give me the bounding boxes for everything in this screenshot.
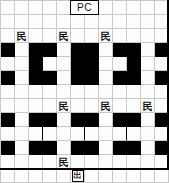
cell-r3c1[interactable] [15,43,29,57]
cell-r0c0[interactable] [1,1,15,15]
cell-r5c9[interactable] [127,71,141,85]
cell-r12c4[interactable] [57,169,71,183]
cell-r8c7[interactable] [99,113,113,127]
cell-r0c1[interactable] [15,1,29,15]
cell-r0c4[interactable] [57,1,71,15]
cell-r8c4[interactable] [57,113,71,127]
cell-r3c7[interactable] [99,43,113,57]
board-grid: 民民民民民民民出 [0,0,169,183]
cell-r10c10[interactable] [141,141,155,155]
cell-r8c9[interactable] [127,113,141,127]
cell-r6c10[interactable] [141,85,155,99]
cell-r3c0[interactable] [1,43,15,57]
cell-r0c10[interactable] [141,1,155,15]
cell-r10c9[interactable] [127,141,141,155]
cell-r10c5[interactable] [71,141,85,155]
cell-r4c1[interactable] [15,57,29,71]
cell-r1c2[interactable] [29,15,43,29]
cell-r10c8[interactable] [113,141,127,155]
cell-r1c6[interactable] [85,15,99,29]
cell-r10c2[interactable] [29,141,43,155]
cell-r1c1[interactable] [15,15,29,29]
citizen-glyph: 民 [143,101,153,111]
cell-r1c10[interactable] [141,15,155,29]
cell-r8c8[interactable] [113,113,127,127]
cell-r11c6[interactable] [85,155,99,169]
cell-r5c5[interactable] [71,71,85,85]
cell-r7c0[interactable] [1,99,15,113]
cell-r6c7[interactable] [99,85,113,99]
cell-r9c4[interactable] [57,127,71,141]
citizen-glyph: 民 [59,31,69,41]
cell-r9c6[interactable] [85,127,99,141]
game-board: 民民民民民民民出 PC [0,0,169,183]
cell-r6c1[interactable] [15,85,29,99]
cell-r1c0[interactable] [1,15,15,29]
cell-r11c5[interactable] [71,155,85,169]
cell-r11c1[interactable] [15,155,29,169]
cell-r5c7[interactable] [99,71,113,85]
cell-r0c2[interactable] [29,1,43,15]
cell-r6c3[interactable] [43,85,57,99]
cell-r1c8[interactable] [113,15,127,29]
cell-r2c1[interactable]: 民 [15,29,29,43]
cell-r7c9[interactable] [127,99,141,113]
cell-r11c9[interactable] [127,155,141,169]
cell-r3c3[interactable] [43,43,57,57]
cell-r3c4[interactable] [57,43,71,57]
cell-r10c1[interactable] [15,141,29,155]
cell-r3c5[interactable] [71,43,85,57]
cell-r4c6[interactable] [85,57,99,71]
cell-r8c5[interactable] [71,113,85,127]
cell-r4c7[interactable] [99,57,113,71]
cell-r10c0[interactable] [1,141,15,155]
cell-r4c10[interactable] [141,57,155,71]
cell-r12c5[interactable]: 出 [71,169,85,183]
cell-r11c8[interactable] [113,155,127,169]
cell-r3c8[interactable] [113,43,127,57]
cell-r4c2[interactable] [29,57,43,71]
cell-r12c11[interactable] [155,169,169,183]
citizen-glyph: 民 [59,157,69,167]
bottom-separator-line [0,168,169,170]
cell-r2c5[interactable] [71,29,85,43]
cell-r4c5[interactable] [71,57,85,71]
cell-r5c4[interactable] [57,71,71,85]
pc-label: PC [77,3,92,13]
cell-r12c6[interactable] [85,169,99,183]
cell-r11c10[interactable] [141,155,155,169]
citizen-glyph: 民 [17,31,27,41]
cell-r0c3[interactable] [43,1,57,15]
cell-r4c9[interactable] [127,57,141,71]
cell-r8c0[interactable] [1,113,15,127]
cell-r2c6[interactable] [85,29,99,43]
cell-r2c7[interactable]: 民 [99,29,113,43]
cell-r9c5[interactable] [71,127,85,141]
cell-r1c7[interactable] [99,15,113,29]
cell-r8c10[interactable] [141,113,155,127]
cell-r1c9[interactable] [127,15,141,29]
cell-r9c8[interactable] [113,127,127,141]
cell-r12c10[interactable] [141,169,155,183]
cell-r2c9[interactable] [127,29,141,43]
cell-r0c7[interactable] [99,1,113,15]
cell-r7c7[interactable]: 民 [99,99,113,113]
cell-r9c2[interactable] [29,127,43,141]
cell-r4c3[interactable] [43,57,57,71]
cell-r4c0[interactable] [1,57,15,71]
cell-r12c9[interactable] [127,169,141,183]
pc-box[interactable]: PC [70,0,99,15]
cell-r6c0[interactable] [1,85,15,99]
cell-r12c7[interactable] [99,169,113,183]
citizen-glyph: 民 [101,101,111,111]
cell-r9c3[interactable] [43,127,57,141]
cell-r5c2[interactable] [29,71,43,85]
cell-r4c8[interactable] [113,57,127,71]
cell-r5c1[interactable] [15,71,29,85]
cell-r7c8[interactable] [113,99,127,113]
cell-r6c6[interactable] [85,85,99,99]
cell-r3c9[interactable] [127,43,141,57]
cell-r2c4[interactable]: 民 [57,29,71,43]
cell-r7c5[interactable] [71,99,85,113]
cell-r5c8[interactable] [113,71,127,85]
cell-r12c3[interactable] [43,169,57,183]
cell-r12c2[interactable] [29,169,43,183]
cell-r5c0[interactable] [1,71,15,85]
cell-r7c2[interactable] [29,99,43,113]
cell-r10c4[interactable] [57,141,71,155]
cell-r10c7[interactable] [99,141,113,155]
cell-r1c3[interactable] [43,15,57,29]
cell-r0c9[interactable] [127,1,141,15]
cell-r0c8[interactable] [113,1,127,15]
cell-r2c0[interactable] [1,29,15,43]
cell-r5c10[interactable] [141,71,155,85]
cell-r3c10[interactable] [141,43,155,57]
cell-r12c0[interactable] [1,169,15,183]
cell-r7c6[interactable] [85,99,99,113]
cell-r8c2[interactable] [29,113,43,127]
cell-r2c2[interactable] [29,29,43,43]
cell-r7c1[interactable] [15,99,29,113]
cell-r3c2[interactable] [29,43,43,57]
cell-r6c5[interactable] [71,85,85,99]
cell-r8c6[interactable] [85,113,99,127]
cell-r12c8[interactable] [113,169,127,183]
cell-r8c1[interactable] [15,113,29,127]
cell-r11c4[interactable]: 民 [57,155,71,169]
citizen-glyph: 民 [59,101,69,111]
citizen-glyph: 民 [101,31,111,41]
cell-r12c1[interactable] [15,169,29,183]
cell-r7c10[interactable]: 民 [141,99,155,113]
cell-r10c6[interactable] [85,141,99,155]
cell-r1c5[interactable] [71,15,85,29]
cell-r7c4[interactable]: 民 [57,99,71,113]
cell-r11c3[interactable] [43,155,57,169]
cell-r10c3[interactable] [43,141,57,155]
cell-r7c3[interactable] [43,99,57,113]
cell-r11c7[interactable] [99,155,113,169]
cell-r1c4[interactable] [57,15,71,29]
cell-r2c3[interactable] [43,29,57,43]
cell-r6c8[interactable] [113,85,127,99]
right-wall-line [167,0,169,170]
cell-r4c4[interactable] [57,57,71,71]
cell-r6c2[interactable] [29,85,43,99]
exit-glyph: 出 [74,172,82,180]
cell-r2c10[interactable] [141,29,155,43]
cell-r5c3[interactable] [43,71,57,85]
cell-r11c2[interactable] [29,155,43,169]
cell-r3c6[interactable] [85,43,99,57]
cell-r11c0[interactable] [1,155,15,169]
cell-r5c6[interactable] [85,71,99,85]
cell-r8c3[interactable] [43,113,57,127]
cell-r2c8[interactable] [113,29,127,43]
cell-r9c0[interactable] [1,127,15,141]
cell-r9c9[interactable] [127,127,141,141]
cell-r9c10[interactable] [141,127,155,141]
cell-r6c4[interactable] [57,85,71,99]
cell-r6c9[interactable] [127,85,141,99]
exit-box[interactable]: 出 [72,170,84,182]
cell-r9c1[interactable] [15,127,29,141]
cell-r9c7[interactable] [99,127,113,141]
